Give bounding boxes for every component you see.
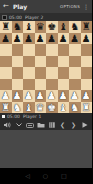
square-e1[interactable]: ♚ xyxy=(46,102,58,114)
black-king: ♚ xyxy=(46,21,58,33)
square-b2[interactable]: ♟ xyxy=(12,90,24,102)
square-g7[interactable]: ♟ xyxy=(69,33,81,45)
black-pawn: ♟ xyxy=(0,33,12,45)
white-knight: ♞ xyxy=(12,102,24,114)
white-rook: ♜ xyxy=(0,102,12,114)
square-f5[interactable] xyxy=(58,56,70,68)
black-pawn: ♟ xyxy=(12,33,24,45)
black-rook: ♜ xyxy=(81,21,93,33)
white-pawn: ♟ xyxy=(23,90,35,102)
black-pawn: ♟ xyxy=(58,33,70,45)
square-b1[interactable]: ♞ xyxy=(12,102,24,114)
square-g4[interactable] xyxy=(69,67,81,79)
square-h1[interactable]: ♜ xyxy=(81,102,93,114)
square-a3[interactable] xyxy=(0,79,12,91)
square-b6[interactable] xyxy=(12,44,24,56)
square-a7[interactable]: ♟ xyxy=(0,33,12,45)
white-pawn: ♟ xyxy=(69,90,81,102)
square-c1[interactable]: ♝ xyxy=(23,102,35,114)
white-pawn: ♟ xyxy=(0,90,12,102)
square-b4[interactable] xyxy=(12,67,24,79)
black-pawn: ♟ xyxy=(81,33,93,45)
square-b3[interactable] xyxy=(12,79,24,91)
square-c5[interactable] xyxy=(23,56,35,68)
square-f3[interactable] xyxy=(58,79,70,91)
square-e6[interactable] xyxy=(46,44,58,56)
square-f2[interactable]: ♟ xyxy=(58,90,70,102)
square-e4[interactable] xyxy=(46,67,58,79)
square-d1[interactable]: ♛ xyxy=(35,102,47,114)
black-player-name: Player 2 xyxy=(25,15,43,20)
back-arrow-icon[interactable]: ← xyxy=(3,0,9,13)
notation-pill-icon[interactable] xyxy=(25,121,34,129)
square-g6[interactable] xyxy=(69,44,81,56)
square-h4[interactable] xyxy=(81,67,93,79)
chevron-down-icon[interactable] xyxy=(14,121,23,129)
square-c8[interactable]: ♝ xyxy=(23,21,35,33)
square-d7[interactable]: ♟ xyxy=(35,33,47,45)
sound-icon[interactable] xyxy=(3,121,12,129)
square-f6[interactable] xyxy=(58,44,70,56)
square-a1[interactable]: ♜ xyxy=(0,102,12,114)
nav-back-icon[interactable]: ◁ xyxy=(25,168,30,184)
square-h2[interactable]: ♟ xyxy=(81,90,93,102)
chess-app-screen: ← Play OPTIONS ⋮ 05:00 Player 2 ♜♞♝♛♚♝♞♜… xyxy=(0,0,92,184)
white-pawn: ♟ xyxy=(12,90,24,102)
square-a8[interactable]: ♜ xyxy=(0,21,12,33)
square-f7[interactable]: ♟ xyxy=(58,33,70,45)
black-clock: 05:00 xyxy=(9,15,22,20)
move-list-panel xyxy=(0,130,92,168)
black-queen: ♛ xyxy=(35,21,47,33)
square-h3[interactable] xyxy=(81,79,93,91)
white-pawn: ♟ xyxy=(81,90,93,102)
square-e2[interactable]: ♟ xyxy=(46,90,58,102)
square-b8[interactable]: ♞ xyxy=(12,21,24,33)
square-c6[interactable] xyxy=(23,44,35,56)
white-bishop: ♝ xyxy=(58,102,70,114)
white-knight: ♞ xyxy=(69,102,81,114)
square-g3[interactable] xyxy=(69,79,81,91)
white-clock: 05:00 xyxy=(7,114,20,119)
square-a4[interactable] xyxy=(0,67,12,79)
black-bishop: ♝ xyxy=(58,21,70,33)
white-color-indicator xyxy=(2,115,5,118)
black-pawn: ♟ xyxy=(35,33,47,45)
square-f8[interactable]: ♝ xyxy=(58,21,70,33)
nav-home-icon[interactable]: ○ xyxy=(43,168,48,184)
square-h7[interactable]: ♟ xyxy=(81,33,93,45)
nav-recents-icon[interactable]: □ xyxy=(61,168,67,184)
step-back-icon[interactable]: ❮ xyxy=(58,121,67,129)
kebab-menu-icon[interactable]: ⋮ xyxy=(83,0,89,13)
square-c3[interactable] xyxy=(23,79,35,91)
player-row-bottom: 05:00 Player 1 xyxy=(0,113,92,120)
black-knight: ♞ xyxy=(12,21,24,33)
step-forward-icon[interactable]: ❯ xyxy=(69,121,78,129)
book-icon[interactable] xyxy=(47,121,56,129)
square-e8[interactable]: ♚ xyxy=(46,21,58,33)
white-pawn: ♟ xyxy=(46,90,58,102)
page-title: Play xyxy=(13,3,27,10)
square-h5[interactable] xyxy=(81,56,93,68)
player-row-top: 05:00 Player 2 xyxy=(0,13,92,21)
square-b5[interactable] xyxy=(12,56,24,68)
black-color-indicator xyxy=(2,15,7,20)
square-e7[interactable]: ♟ xyxy=(46,33,58,45)
square-d6[interactable] xyxy=(35,44,47,56)
square-a2[interactable]: ♟ xyxy=(0,90,12,102)
app-bar: ← Play OPTIONS ⋮ xyxy=(0,0,92,13)
square-d2[interactable]: ♟ xyxy=(35,90,47,102)
square-g2[interactable]: ♟ xyxy=(69,90,81,102)
square-a6[interactable] xyxy=(0,44,12,56)
options-button[interactable]: OPTIONS xyxy=(60,4,80,9)
square-d4[interactable] xyxy=(35,67,47,79)
play-icon[interactable] xyxy=(80,121,89,129)
black-pawn: ♟ xyxy=(69,33,81,45)
black-knight: ♞ xyxy=(69,21,81,33)
white-queen: ♛ xyxy=(35,102,47,114)
square-h8[interactable]: ♜ xyxy=(81,21,93,33)
square-d8[interactable]: ♛ xyxy=(35,21,47,33)
square-g1[interactable]: ♞ xyxy=(69,102,81,114)
square-e3[interactable] xyxy=(46,79,58,91)
game-toolbar: ❮ ❯ xyxy=(0,120,92,130)
folder-icon[interactable] xyxy=(36,121,45,129)
chess-board[interactable]: ♜♞♝♛♚♝♞♜♟♟♟♟♟♟♟♟♟♟♟♟♟♟♟♟♜♞♝♛♚♝♞♜ xyxy=(0,21,92,113)
android-nav-bar: ◁ ○ □ xyxy=(0,168,92,184)
white-player-name: Player 1 xyxy=(23,114,41,119)
white-king: ♚ xyxy=(46,102,58,114)
square-c2[interactable]: ♟ xyxy=(23,90,35,102)
square-c7[interactable]: ♟ xyxy=(23,33,35,45)
square-g8[interactable]: ♞ xyxy=(69,21,81,33)
white-rook: ♜ xyxy=(81,102,93,114)
square-b7[interactable]: ♟ xyxy=(12,33,24,45)
white-pawn: ♟ xyxy=(58,90,70,102)
square-f1[interactable]: ♝ xyxy=(58,102,70,114)
square-g5[interactable] xyxy=(69,56,81,68)
square-h6[interactable] xyxy=(81,44,93,56)
square-f4[interactable] xyxy=(58,67,70,79)
white-pawn: ♟ xyxy=(35,90,47,102)
black-rook: ♜ xyxy=(0,21,12,33)
square-d3[interactable] xyxy=(35,79,47,91)
square-d5[interactable] xyxy=(35,56,47,68)
black-pawn: ♟ xyxy=(46,33,58,45)
square-a5[interactable] xyxy=(0,56,12,68)
black-bishop: ♝ xyxy=(23,21,35,33)
white-bishop: ♝ xyxy=(23,102,35,114)
black-pawn: ♟ xyxy=(23,33,35,45)
square-c4[interactable] xyxy=(23,67,35,79)
square-e5[interactable] xyxy=(46,56,58,68)
